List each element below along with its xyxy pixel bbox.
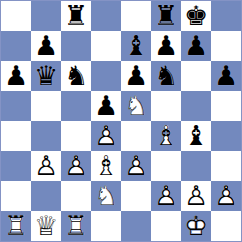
piece-fill-layer: ♛ <box>31 211 61 241</box>
square-g2[interactable]: ♟♙ <box>181 181 211 211</box>
square-a3[interactable] <box>1 151 31 181</box>
white-pawn-piece[interactable]: ♟♙ <box>211 181 241 211</box>
square-c8[interactable]: ♜ <box>61 1 91 31</box>
black-knight-piece[interactable]: ♞ <box>61 61 91 91</box>
white-pawn-piece[interactable]: ♟♙ <box>61 151 91 181</box>
square-c3[interactable]: ♟♙ <box>61 151 91 181</box>
white-bishop-piece[interactable]: ♝♗ <box>151 121 181 151</box>
chess-board: ♜♜♚♟♝♟♟♟♛♞♟♞♟♟♞♘♟♙♝♗♝♟♙♟♙♝♗♟♙♞♘♟♙♟♙♟♙♜♖♛… <box>0 0 242 242</box>
black-pawn-piece[interactable]: ♟ <box>121 61 151 91</box>
square-d5[interactable]: ♟ <box>91 91 121 121</box>
square-c7[interactable] <box>61 31 91 61</box>
piece-fill-layer: ♞ <box>91 181 121 211</box>
white-bishop-piece[interactable]: ♝♗ <box>91 151 121 181</box>
piece-fill-layer: ♜ <box>1 211 31 241</box>
square-c4[interactable] <box>61 121 91 151</box>
piece-fill-layer: ♟ <box>121 151 151 181</box>
square-h1[interactable] <box>211 211 241 241</box>
square-h6[interactable]: ♟ <box>211 61 241 91</box>
square-f5[interactable] <box>151 91 181 121</box>
white-rook-piece[interactable]: ♜♖ <box>1 211 31 241</box>
square-g4[interactable]: ♝ <box>181 121 211 151</box>
square-f2[interactable]: ♟♙ <box>151 181 181 211</box>
square-c6[interactable]: ♞ <box>61 61 91 91</box>
square-a7[interactable] <box>1 31 31 61</box>
square-d2[interactable]: ♞♘ <box>91 181 121 211</box>
piece-fill-layer: ♜ <box>61 1 91 31</box>
square-c5[interactable] <box>61 91 91 121</box>
white-queen-piece[interactable]: ♛♕ <box>31 211 61 241</box>
piece-outline-layer: ♙ <box>211 181 241 211</box>
piece-outline-layer: ♕ <box>31 211 61 241</box>
square-a5[interactable] <box>1 91 31 121</box>
piece-outline-layer: ♙ <box>91 121 121 151</box>
square-f4[interactable]: ♝♗ <box>151 121 181 151</box>
square-a6[interactable]: ♟ <box>1 61 31 91</box>
square-g1[interactable]: ♚♔ <box>181 211 211 241</box>
piece-fill-layer: ♟ <box>211 181 241 211</box>
square-e7[interactable]: ♝ <box>121 31 151 61</box>
square-f3[interactable] <box>151 151 181 181</box>
square-f1[interactable] <box>151 211 181 241</box>
piece-fill-layer: ♞ <box>61 61 91 91</box>
black-knight-piece[interactable]: ♞ <box>151 61 181 91</box>
black-rook-piece[interactable]: ♜ <box>151 1 181 31</box>
square-h7[interactable] <box>211 31 241 61</box>
black-pawn-piece[interactable]: ♟ <box>151 31 181 61</box>
square-a4[interactable] <box>1 121 31 151</box>
white-pawn-piece[interactable]: ♟♙ <box>91 121 121 151</box>
piece-fill-layer: ♟ <box>91 121 121 151</box>
piece-outline-layer: ♗ <box>91 151 121 181</box>
square-h8[interactable] <box>211 1 241 31</box>
square-d1[interactable] <box>91 211 121 241</box>
black-queen-piece[interactable]: ♛ <box>31 61 61 91</box>
square-g3[interactable] <box>181 151 211 181</box>
square-c1[interactable]: ♜♖ <box>61 211 91 241</box>
piece-outline-layer: ♙ <box>181 181 211 211</box>
piece-fill-layer: ♜ <box>61 211 91 241</box>
piece-outline-layer: ♙ <box>31 151 61 181</box>
square-d8[interactable] <box>91 1 121 31</box>
square-e6[interactable]: ♟ <box>121 61 151 91</box>
square-h2[interactable]: ♟♙ <box>211 181 241 211</box>
black-pawn-piece[interactable]: ♟ <box>91 91 121 121</box>
piece-outline-layer: ♗ <box>151 121 181 151</box>
white-pawn-piece[interactable]: ♟♙ <box>121 151 151 181</box>
white-king-piece[interactable]: ♚♔ <box>181 211 211 241</box>
square-e2[interactable] <box>121 181 151 211</box>
piece-fill-layer: ♞ <box>121 91 151 121</box>
square-d7[interactable] <box>91 31 121 61</box>
square-b3[interactable]: ♟♙ <box>31 151 61 181</box>
square-e4[interactable] <box>121 121 151 151</box>
white-pawn-piece[interactable]: ♟♙ <box>181 181 211 211</box>
square-e3[interactable]: ♟♙ <box>121 151 151 181</box>
square-a1[interactable]: ♜♖ <box>1 211 31 241</box>
square-b2[interactable] <box>31 181 61 211</box>
piece-fill-layer: ♝ <box>181 121 211 151</box>
piece-fill-layer: ♟ <box>91 91 121 121</box>
piece-fill-layer: ♞ <box>151 61 181 91</box>
square-e5[interactable]: ♞♘ <box>121 91 151 121</box>
white-rook-piece[interactable]: ♜♖ <box>61 211 91 241</box>
square-d6[interactable] <box>91 61 121 91</box>
square-g6[interactable] <box>181 61 211 91</box>
square-h4[interactable] <box>211 121 241 151</box>
black-pawn-piece[interactable]: ♟ <box>1 61 31 91</box>
square-b5[interactable] <box>31 91 61 121</box>
piece-fill-layer: ♟ <box>1 61 31 91</box>
piece-fill-layer: ♛ <box>31 61 61 91</box>
square-b7[interactable]: ♟ <box>31 31 61 61</box>
piece-outline-layer: ♖ <box>61 211 91 241</box>
square-g5[interactable] <box>181 91 211 121</box>
square-c2[interactable] <box>61 181 91 211</box>
square-g7[interactable]: ♟ <box>181 31 211 61</box>
square-b4[interactable] <box>31 121 61 151</box>
black-rook-piece[interactable]: ♜ <box>61 1 91 31</box>
square-e1[interactable] <box>121 211 151 241</box>
square-h5[interactable] <box>211 91 241 121</box>
piece-outline-layer: ♙ <box>151 181 181 211</box>
piece-fill-layer: ♟ <box>151 181 181 211</box>
piece-fill-layer: ♜ <box>151 1 181 31</box>
piece-outline-layer: ♔ <box>181 211 211 241</box>
black-pawn-piece[interactable]: ♟ <box>31 31 61 61</box>
piece-fill-layer: ♚ <box>181 1 211 31</box>
black-bishop-piece[interactable]: ♝ <box>121 31 151 61</box>
piece-fill-layer: ♝ <box>151 121 181 151</box>
piece-outline-layer: ♖ <box>1 211 31 241</box>
white-knight-piece[interactable]: ♞♘ <box>121 91 151 121</box>
piece-outline-layer: ♘ <box>121 91 151 121</box>
square-b1[interactable]: ♛♕ <box>31 211 61 241</box>
square-d4[interactable]: ♟♙ <box>91 121 121 151</box>
black-king-piece[interactable]: ♚ <box>181 1 211 31</box>
piece-fill-layer: ♝ <box>121 31 151 61</box>
piece-outline-layer: ♙ <box>121 151 151 181</box>
piece-fill-layer: ♟ <box>151 31 181 61</box>
piece-outline-layer: ♙ <box>61 151 91 181</box>
piece-outline-layer: ♘ <box>91 181 121 211</box>
piece-fill-layer: ♝ <box>91 151 121 181</box>
piece-fill-layer: ♟ <box>61 151 91 181</box>
square-a8[interactable] <box>1 1 31 31</box>
square-f7[interactable]: ♟ <box>151 31 181 61</box>
square-h3[interactable] <box>211 151 241 181</box>
square-g8[interactable]: ♚ <box>181 1 211 31</box>
square-d3[interactable]: ♝♗ <box>91 151 121 181</box>
piece-fill-layer: ♟ <box>31 31 61 61</box>
square-b6[interactable]: ♛ <box>31 61 61 91</box>
piece-fill-layer: ♟ <box>121 61 151 91</box>
square-f6[interactable]: ♞ <box>151 61 181 91</box>
piece-fill-layer: ♚ <box>181 211 211 241</box>
square-f8[interactable]: ♜ <box>151 1 181 31</box>
piece-fill-layer: ♟ <box>31 151 61 181</box>
white-pawn-piece[interactable]: ♟♙ <box>31 151 61 181</box>
square-a2[interactable] <box>1 181 31 211</box>
piece-fill-layer: ♟ <box>211 61 241 91</box>
black-pawn-piece[interactable]: ♟ <box>211 61 241 91</box>
black-pawn-piece[interactable]: ♟ <box>181 31 211 61</box>
square-b8[interactable] <box>31 1 61 31</box>
piece-fill-layer: ♟ <box>181 181 211 211</box>
black-bishop-piece[interactable]: ♝ <box>181 121 211 151</box>
white-pawn-piece[interactable]: ♟♙ <box>151 181 181 211</box>
piece-fill-layer: ♟ <box>181 31 211 61</box>
white-knight-piece[interactable]: ♞♘ <box>91 181 121 211</box>
square-e8[interactable] <box>121 1 151 31</box>
